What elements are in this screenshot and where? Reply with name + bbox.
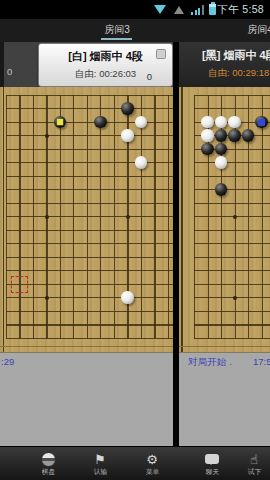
board-bottom-edge [179,346,270,347]
stone-black [215,129,228,142]
stone-black [201,143,214,156]
last-move-marker [258,119,265,126]
neighbor-captures: 0 [7,66,12,77]
stone-white [201,116,214,129]
stone-white [121,129,134,142]
gear-icon: ⚙ [146,452,158,467]
room3-card-strip: 0 [白] 烟雨中 4段 自由: 00:26:03 0 [0,42,173,88]
black-player-name: [黑] 烟雨中 4段 [202,48,270,63]
star-point [45,134,49,138]
star-point [45,215,49,219]
neighbor-card-edge [0,42,4,87]
stone-white [135,116,148,129]
room3-panel: 0 [白] 烟雨中 4段 自由: 00:26:03 0 :29 [0,42,173,446]
toolbar-room4: 聊天 ☝ 试下 [179,447,270,480]
flag-icon: ⚑ [94,452,106,467]
board-grid [0,88,173,345]
board-bottom-edge [0,346,173,347]
card-corner-icon [156,49,166,59]
try-move-button[interactable]: ☝ 试下 [240,452,268,477]
white-player-card: [白] 烟雨中 4段 自由: 00:26:03 0 [38,43,173,87]
stone-black [228,129,241,142]
last-move-marker [57,119,63,125]
star-point [233,296,237,300]
room4-chat-area[interactable]: 对局开始． 17:58 [179,352,270,446]
go-board-room4[interactable] [179,87,270,352]
stone-black [94,116,107,129]
chat-bubble-icon [205,452,219,467]
status-time: 下午 5:58 [218,3,264,17]
menu-button[interactable]: ⚙ 菜单 [138,452,166,477]
board-edge-line [181,87,183,352]
stone-white [201,129,214,142]
signal-triangle-icon [174,6,184,14]
red-dashed-marker [11,276,28,293]
star-point [126,215,130,219]
chat-message: :29 [1,356,14,367]
black-player-card: [黑] 烟雨中 4段 自由: 00:29:18 [179,42,270,88]
room3-chat-area[interactable]: :29 [0,352,173,446]
room-tab-bar: 房间3 房间4 [0,19,270,43]
chat-timestamp: 17:58 [253,356,270,367]
tab-room4[interactable]: 房间4 [243,23,270,37]
resign-button[interactable]: ⚑ 认输 [86,452,114,477]
battery-icon [209,4,216,15]
selected-tab-underline [101,38,132,40]
app-screen: 下午 5:58 房间3 房间4 0 [白] 烟雨中 4段 自由: 00:26:0… [0,0,270,480]
wifi-icon [154,5,166,14]
stone-white [135,156,148,169]
star-point [233,215,237,219]
room4-panel: [黑] 烟雨中 4段 自由: 00:29:18 对局开始． 17:58 [179,42,270,446]
stone-black [215,143,228,156]
star-point [45,296,49,300]
chat-message: 对局开始． [188,356,236,369]
board-button[interactable]: 棋盘 [34,452,62,477]
room4-card-strip: [黑] 烟雨中 4段 自由: 00:29:18 [179,42,270,87]
stone-black [54,116,67,129]
stone-black [215,183,228,196]
signal-bars-icon [191,5,204,15]
stone-white [228,116,241,129]
toolbar-room3: 棋盘 ⚑ 认输 ⚙ 菜单 [0,447,173,480]
stone-black [242,129,255,142]
hand-icon: ☝ [250,452,258,467]
white-player-name: [白] 烟雨中 4段 [39,49,172,64]
white-player-clock: 自由: 00:26:03 [39,68,172,81]
stone-black [255,116,268,129]
chat-button[interactable]: 聊天 [198,452,226,477]
black-player-clock: 自由: 00:29:18 [208,67,269,80]
board-grid [187,88,270,345]
stone-black [121,102,134,115]
bottom-toolbar: 棋盘 ⚑ 认输 ⚙ 菜单 聊天 ☝ 试下 [0,446,270,480]
tab-room3[interactable]: 房间3 [100,23,134,37]
go-board-room3[interactable] [0,87,173,352]
bowl-icon [41,452,56,467]
status-bar: 下午 5:58 [0,0,270,19]
stone-white [215,156,228,169]
white-captures: 0 [147,71,152,82]
stone-white [215,116,228,129]
stone-white [121,291,134,304]
